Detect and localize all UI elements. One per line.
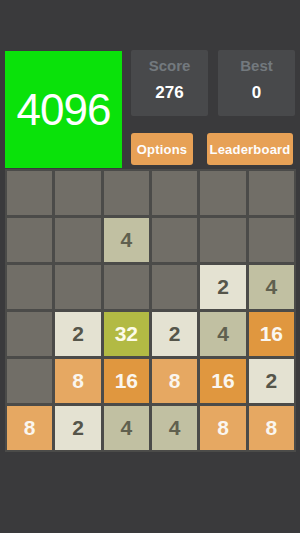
tile-2: 2 [55, 312, 100, 356]
empty-cell [55, 218, 100, 262]
empty-cell [55, 171, 100, 215]
tile-2: 2 [55, 406, 100, 450]
highest-tile-value: 4096 [17, 85, 111, 135]
empty-cell [152, 218, 197, 262]
empty-cell [152, 171, 197, 215]
empty-cell [55, 265, 100, 309]
board[interactable]: 42423224168168162824488 [5, 169, 296, 452]
tile-4: 4 [152, 406, 197, 450]
tile-4: 4 [249, 265, 294, 309]
empty-cell [7, 265, 52, 309]
empty-cell [200, 171, 245, 215]
tile-16: 16 [104, 359, 149, 403]
tile-2: 2 [249, 359, 294, 403]
score-label: Score [149, 57, 191, 74]
tile-4: 4 [104, 406, 149, 450]
app-background: { "game": "2048", "variant": "6x6 board,… [0, 0, 300, 533]
score-box: Score 276 [131, 50, 208, 116]
best-label: Best [240, 57, 273, 74]
empty-cell [152, 265, 197, 309]
empty-cell [7, 171, 52, 215]
tile-8: 8 [55, 359, 100, 403]
empty-cell [7, 312, 52, 356]
tile-16: 16 [249, 312, 294, 356]
tile-8: 8 [249, 406, 294, 450]
leaderboard-button[interactable]: Leaderboard [207, 133, 293, 165]
best-value: 0 [252, 83, 261, 103]
tile-8: 8 [200, 406, 245, 450]
tile-4: 4 [200, 312, 245, 356]
highest-tile: 4096 [5, 51, 122, 168]
tile-8: 8 [152, 359, 197, 403]
best-box: Best 0 [218, 50, 295, 116]
empty-cell [7, 218, 52, 262]
empty-cell [104, 171, 149, 215]
tile-4: 4 [104, 218, 149, 262]
empty-cell [200, 218, 245, 262]
tile-32: 32 [104, 312, 149, 356]
empty-cell [249, 218, 294, 262]
empty-cell [249, 171, 294, 215]
tile-2: 2 [152, 312, 197, 356]
tile-2: 2 [200, 265, 245, 309]
empty-cell [104, 265, 149, 309]
options-button[interactable]: Options [131, 133, 193, 165]
tile-8: 8 [7, 406, 52, 450]
tile-16: 16 [200, 359, 245, 403]
empty-cell [7, 359, 52, 403]
score-value: 276 [155, 83, 183, 103]
